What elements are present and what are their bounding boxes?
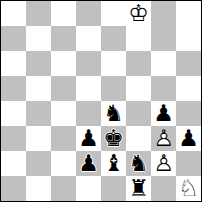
square-f2[interactable]: ♞ — [126, 151, 151, 176]
square-a4[interactable] — [1, 101, 26, 126]
black-bishop: ♝ — [101, 151, 126, 176]
black-knight: ♞ — [101, 101, 126, 126]
square-g7[interactable] — [151, 26, 176, 51]
square-g4[interactable]: ♟ — [151, 101, 176, 126]
square-c3[interactable] — [51, 126, 76, 151]
square-b6[interactable] — [26, 51, 51, 76]
square-a7[interactable] — [1, 26, 26, 51]
square-e6[interactable] — [101, 51, 126, 76]
square-d6[interactable] — [76, 51, 101, 76]
square-f8[interactable]: ♚♔ — [126, 1, 151, 26]
square-e2[interactable]: ♝ — [101, 151, 126, 176]
square-a5[interactable] — [1, 76, 26, 101]
square-e5[interactable] — [101, 76, 126, 101]
white-pawn: ♙ — [151, 126, 176, 151]
square-b5[interactable] — [26, 76, 51, 101]
square-a6[interactable] — [1, 51, 26, 76]
square-f5[interactable] — [126, 76, 151, 101]
square-c4[interactable] — [51, 101, 76, 126]
square-g3[interactable]: ♟♙ — [151, 126, 176, 151]
square-g5[interactable] — [151, 76, 176, 101]
square-f1[interactable]: ♜ — [126, 176, 151, 201]
square-c8[interactable] — [51, 1, 76, 26]
black-king: ♚ — [101, 126, 126, 151]
square-f6[interactable] — [126, 51, 151, 76]
square-h8[interactable] — [176, 1, 201, 26]
square-a1[interactable] — [1, 176, 26, 201]
square-a2[interactable] — [1, 151, 26, 176]
square-h7[interactable] — [176, 26, 201, 51]
square-d4[interactable] — [76, 101, 101, 126]
square-e1[interactable] — [101, 176, 126, 201]
square-g8[interactable] — [151, 1, 176, 26]
square-c6[interactable] — [51, 51, 76, 76]
square-e7[interactable] — [101, 26, 126, 51]
black-pawn: ♟ — [151, 101, 176, 126]
square-c7[interactable] — [51, 26, 76, 51]
square-d2[interactable]: ♟ — [76, 151, 101, 176]
square-a8[interactable] — [1, 1, 26, 26]
square-e4[interactable]: ♞ — [101, 101, 126, 126]
square-h6[interactable] — [176, 51, 201, 76]
chess-board: ♚♔♞♟♟♚♟♙♟♟♝♞♟♙♜♞♘ — [0, 0, 202, 202]
white-pawn: ♙ — [151, 151, 176, 176]
square-d8[interactable] — [76, 1, 101, 26]
square-c2[interactable] — [51, 151, 76, 176]
square-b7[interactable] — [26, 26, 51, 51]
square-e8[interactable] — [101, 1, 126, 26]
square-g2[interactable]: ♟♙ — [151, 151, 176, 176]
square-d7[interactable] — [76, 26, 101, 51]
white-knight: ♘ — [176, 176, 201, 201]
square-c1[interactable] — [51, 176, 76, 201]
square-c5[interactable] — [51, 76, 76, 101]
black-pawn: ♟ — [176, 126, 201, 151]
square-f7[interactable] — [126, 26, 151, 51]
black-pawn: ♟ — [76, 126, 101, 151]
square-d5[interactable] — [76, 76, 101, 101]
square-g6[interactable] — [151, 51, 176, 76]
square-h3[interactable]: ♟ — [176, 126, 201, 151]
square-h4[interactable] — [176, 101, 201, 126]
black-rook: ♜ — [126, 176, 151, 201]
square-f4[interactable] — [126, 101, 151, 126]
square-b3[interactable] — [26, 126, 51, 151]
square-h2[interactable] — [176, 151, 201, 176]
square-h5[interactable] — [176, 76, 201, 101]
black-pawn: ♟ — [76, 151, 101, 176]
square-e3[interactable]: ♚ — [101, 126, 126, 151]
square-a3[interactable] — [1, 126, 26, 151]
square-b2[interactable] — [26, 151, 51, 176]
square-b1[interactable] — [26, 176, 51, 201]
square-f3[interactable] — [126, 126, 151, 151]
square-b4[interactable] — [26, 101, 51, 126]
black-knight: ♞ — [126, 151, 151, 176]
square-h1[interactable]: ♞♘ — [176, 176, 201, 201]
square-g1[interactable] — [151, 176, 176, 201]
square-d3[interactable]: ♟ — [76, 126, 101, 151]
square-b8[interactable] — [26, 1, 51, 26]
square-d1[interactable] — [76, 176, 101, 201]
white-king: ♔ — [126, 1, 151, 26]
